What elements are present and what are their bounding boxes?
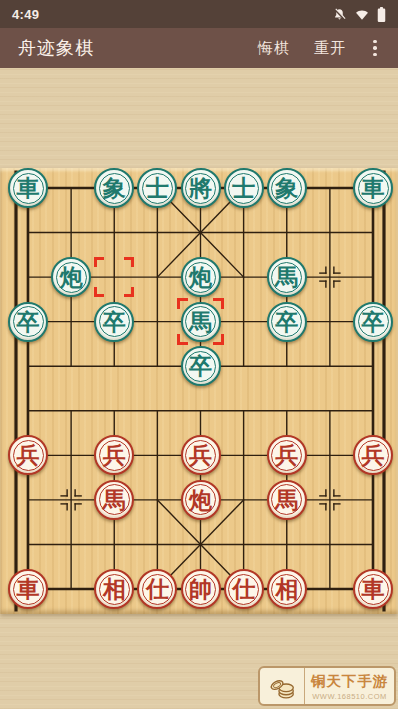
piece-black-soldier[interactable]: 卒 [8,302,48,342]
piece-black-horse[interactable]: 馬 [267,257,307,297]
watermark-badge: 铜天下手游 WWW.168510.COM [258,666,396,706]
piece-black-chariot[interactable]: 車 [353,168,393,208]
watermark-title: 铜天下手游 [311,672,389,691]
piece-red-horse[interactable]: 馬 [267,480,307,520]
coins-icon [260,668,305,704]
piece-black-soldier[interactable]: 卒 [94,302,134,342]
piece-red-soldier[interactable]: 兵 [267,435,307,475]
notifications-muted-icon [332,7,347,22]
piece-red-chariot[interactable]: 車 [353,569,393,609]
battery-icon [377,7,386,22]
status-bar: 4:49 [0,0,398,28]
piece-black-chariot[interactable]: 車 [8,168,48,208]
piece-black-general[interactable]: 將 [181,168,221,208]
status-icons [332,7,386,22]
watermark-url: WWW.168510.COM [312,692,387,701]
board-grid [0,168,398,614]
undo-move-button[interactable]: 悔棋 [246,31,302,66]
piece-black-cannon[interactable]: 炮 [51,257,91,297]
watermark-text: 铜天下手游 WWW.168510.COM [305,668,394,704]
wifi-icon [354,7,370,22]
piece-red-soldier[interactable]: 兵 [181,435,221,475]
piece-red-horse[interactable]: 馬 [94,480,134,520]
piece-black-elephant[interactable]: 象 [94,168,134,208]
piece-black-horse[interactable]: 馬 [181,302,221,342]
piece-red-advisor[interactable]: 仕 [224,569,264,609]
piece-black-soldier[interactable]: 卒 [181,346,221,386]
piece-black-soldier[interactable]: 卒 [353,302,393,342]
phone-screen: 4:49 舟迹象棋 悔棋 重开 車象士將士象車炮炮馬卒卒馬卒卒卒兵兵兵兵兵馬炮馬 [0,0,398,709]
piece-black-advisor[interactable]: 士 [224,168,264,208]
restart-button[interactable]: 重开 [302,31,358,66]
piece-red-general[interactable]: 帥 [181,569,221,609]
piece-red-elephant[interactable]: 相 [94,569,134,609]
xiangqi-board[interactable] [0,168,398,614]
piece-red-cannon[interactable]: 炮 [181,480,221,520]
app-bar: 舟迹象棋 悔棋 重开 [0,28,398,68]
overflow-menu-button[interactable] [358,31,392,65]
piece-black-elephant[interactable]: 象 [267,168,307,208]
piece-red-chariot[interactable]: 車 [8,569,48,609]
piece-black-cannon[interactable]: 炮 [181,257,221,297]
app-title: 舟迹象棋 [18,36,246,60]
piece-black-soldier[interactable]: 卒 [267,302,307,342]
piece-red-elephant[interactable]: 相 [267,569,307,609]
clock: 4:49 [12,7,39,22]
